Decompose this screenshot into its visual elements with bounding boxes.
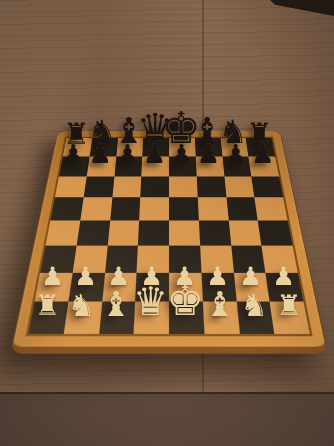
piece-white-knight-b1[interactable]: ♞ bbox=[68, 289, 96, 320]
photo-scene: ♜♞♝♛♚♝♞♜♟♟♟♟♟♟♟♟♟♟♟♟♟♟♟♟♜♞♝♛♚♝♞♜ bbox=[0, 0, 334, 446]
piece-black-pawn-f7[interactable]: ♟ bbox=[197, 141, 220, 167]
piece-black-pawn-e7[interactable]: ♟ bbox=[170, 141, 193, 167]
piece-black-pawn-d7[interactable]: ♟ bbox=[143, 141, 166, 167]
piece-white-bishop-c1[interactable]: ♝ bbox=[101, 287, 132, 321]
piece-white-queen-d1[interactable]: ♛ bbox=[133, 282, 168, 321]
piece-white-king-e1[interactable]: ♚ bbox=[167, 280, 204, 322]
piece-white-rook-h1[interactable]: ♜ bbox=[276, 292, 301, 320]
piece-black-pawn-c7[interactable]: ♟ bbox=[116, 141, 139, 167]
piece-black-pawn-b7[interactable]: ♟ bbox=[89, 141, 112, 167]
piece-black-pawn-h7[interactable]: ♟ bbox=[251, 141, 274, 167]
piece-white-pawn-g2[interactable]: ♟ bbox=[239, 264, 262, 289]
piece-white-bishop-f1[interactable]: ♝ bbox=[204, 287, 235, 321]
pieces-layer: ♜♞♝♛♚♝♞♜♟♟♟♟♟♟♟♟♟♟♟♟♟♟♟♟♜♞♝♛♚♝♞♜ bbox=[0, 0, 334, 446]
piece-white-pawn-a2[interactable]: ♟ bbox=[41, 264, 64, 289]
piece-black-pawn-a7[interactable]: ♟ bbox=[61, 141, 84, 167]
piece-white-knight-g1[interactable]: ♞ bbox=[240, 289, 268, 320]
piece-white-pawn-h2[interactable]: ♟ bbox=[272, 264, 295, 289]
piece-white-rook-a1[interactable]: ♜ bbox=[34, 292, 59, 320]
piece-white-pawn-b2[interactable]: ♟ bbox=[74, 264, 97, 289]
piece-black-pawn-g7[interactable]: ♟ bbox=[224, 141, 247, 167]
